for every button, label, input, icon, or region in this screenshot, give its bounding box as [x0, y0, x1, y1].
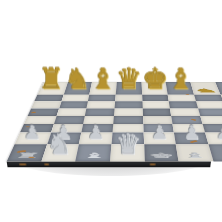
square-b1[interactable]: ♞	[41, 144, 79, 161]
square-c8[interactable]: ♝	[90, 82, 117, 95]
square-f5[interactable]	[170, 108, 200, 116]
square-a5[interactable]	[28, 108, 59, 116]
gold-knight-icon[interactable]: ♞	[64, 64, 90, 93]
square-c2[interactable]: ♟	[79, 133, 112, 145]
marble-vein	[19, 163, 26, 165]
board-front-edge	[7, 161, 211, 167]
square-d1[interactable]: ♛	[110, 144, 144, 161]
silver-pawn-icon[interactable]: ♟	[87, 123, 104, 142]
square-b8[interactable]: ♞	[63, 82, 92, 95]
square-c5[interactable]	[85, 108, 114, 116]
square-e8[interactable]: ♚	[141, 82, 168, 95]
silver-pawn-icon[interactable]: ♟	[23, 123, 40, 142]
silver-bishop-icon[interactable]: ♝	[182, 152, 209, 159]
marble-vein	[186, 94, 190, 95]
silver-king-icon[interactable]: ♚	[148, 152, 174, 159]
square-c1[interactable]: ♝	[76, 144, 112, 161]
gold-knight-icon[interactable]: ♞	[192, 88, 219, 93]
silver-knight-icon[interactable]: ♞	[46, 130, 72, 159]
silver-pawn-icon[interactable]: ♟	[151, 123, 168, 142]
gold-bishop-icon[interactable]: ♝	[90, 64, 116, 93]
silver-queen-icon[interactable]: ♛	[115, 130, 141, 159]
square-c6[interactable]	[87, 101, 115, 108]
square-d4[interactable]	[113, 116, 143, 124]
silver-rook-icon[interactable]: ♜	[12, 152, 40, 159]
gold-rook-icon[interactable]: ♜	[38, 64, 64, 93]
square-e1[interactable]: ♚	[144, 144, 179, 161]
marble-vein	[44, 163, 49, 165]
silver-bishop-icon[interactable]: ♝	[80, 152, 106, 159]
silver-knight-icon[interactable]: ♞	[217, 130, 222, 159]
square-g6[interactable]	[196, 101, 222, 108]
board-perspective-wrapper: ♜♞♝♛♚♝♞♜♟♟♟♟♟♟♟♟♜♞♝♛♚♝♞♜	[28, 30, 198, 200]
square-e6[interactable]	[142, 101, 170, 108]
square-d8[interactable]: ♛	[116, 82, 142, 95]
gold-queen-icon[interactable]: ♛	[116, 64, 142, 93]
marble-vein	[150, 163, 156, 165]
chess-board[interactable]: ♜♞♝♛♚♝♞♜♟♟♟♟♟♟♟♟♜♞♝♛♚♝♞♜	[7, 82, 211, 161]
chess-set-photo: ♜♞♝♛♚♝♞♜♟♟♟♟♟♟♟♟♜♞♝♛♚♝♞♜	[0, 0, 222, 222]
square-f6[interactable]	[169, 101, 198, 108]
square-e5[interactable]	[142, 108, 171, 116]
square-g5[interactable]	[198, 108, 222, 116]
gold-rook-icon[interactable]: ♜	[220, 64, 222, 93]
square-b5[interactable]	[56, 108, 86, 116]
marble-vein	[31, 112, 36, 114]
square-b6[interactable]	[59, 101, 88, 108]
marble-vein	[28, 157, 34, 159]
gold-king-icon[interactable]: ♚	[142, 64, 168, 93]
square-d5[interactable]	[114, 108, 143, 116]
silver-pawn-icon[interactable]: ♟	[183, 123, 200, 142]
square-f1[interactable]: ♝	[176, 144, 213, 161]
square-f8[interactable]: ♝	[166, 82, 194, 95]
square-a8[interactable]: ♜	[37, 82, 67, 95]
square-d6[interactable]	[115, 101, 143, 108]
gold-bishop-icon[interactable]: ♝	[168, 64, 194, 93]
square-e2[interactable]: ♟	[143, 133, 176, 145]
square-a6[interactable]	[31, 101, 61, 108]
